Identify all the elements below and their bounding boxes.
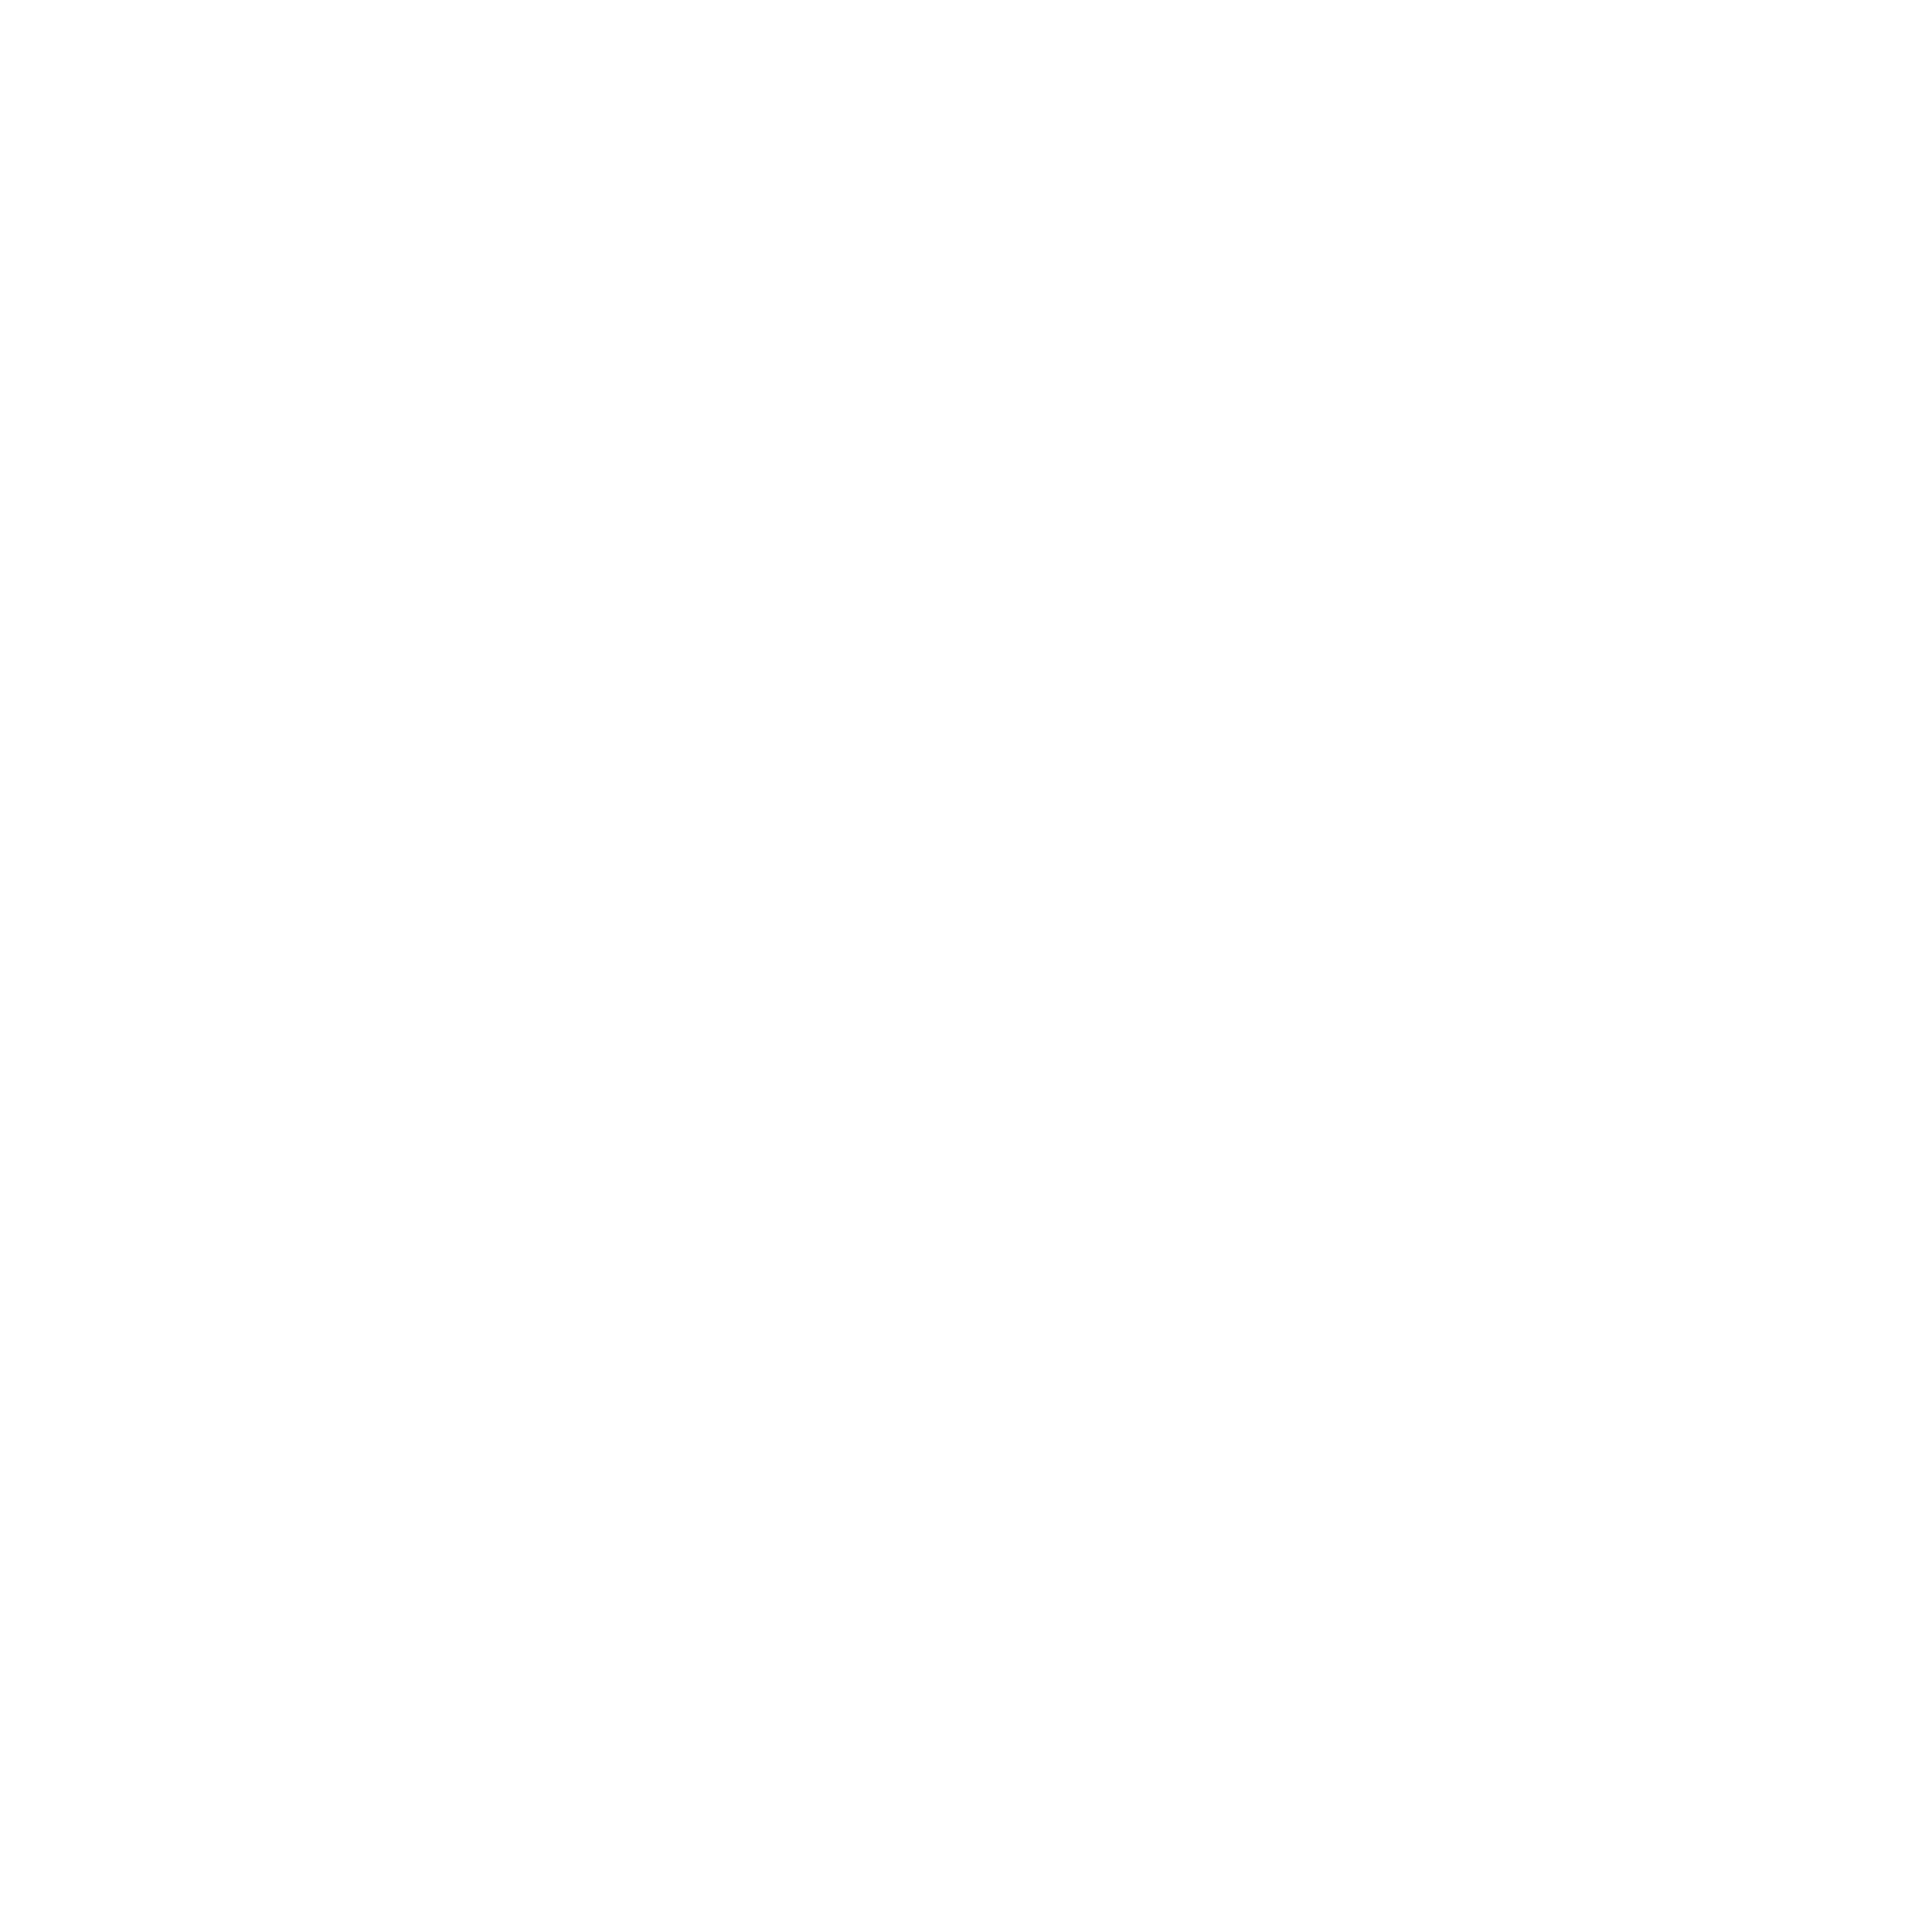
product-photo-scene	[0, 0, 1932, 1932]
scene-svg	[0, 0, 1932, 1932]
